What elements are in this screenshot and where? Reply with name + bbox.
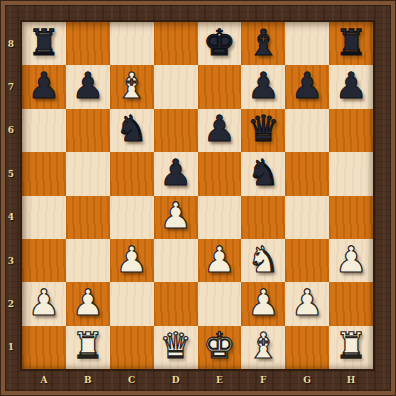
file-label-f: F — [241, 369, 285, 391]
square-f4[interactable] — [241, 196, 285, 239]
square-g5[interactable] — [285, 152, 329, 195]
file-label-b: B — [66, 369, 110, 391]
square-f8[interactable]: ♝ — [241, 22, 285, 65]
piece-white-bishop[interactable]: ♝ — [116, 68, 148, 104]
square-f7[interactable]: ♟ — [241, 65, 285, 108]
square-h6[interactable] — [329, 109, 373, 152]
square-g4[interactable] — [285, 196, 329, 239]
rank-label-7: 7 — [0, 65, 22, 108]
square-a2[interactable]: ♟ — [22, 282, 66, 325]
file-label-c: C — [110, 369, 154, 391]
piece-white-pawn[interactable]: ♟ — [335, 242, 367, 278]
square-a6[interactable] — [22, 109, 66, 152]
piece-white-king[interactable]: ♚ — [203, 328, 235, 364]
rank-label-3: 3 — [0, 239, 22, 282]
square-a5[interactable] — [22, 152, 66, 195]
square-h8[interactable]: ♜ — [329, 22, 373, 65]
piece-black-pawn[interactable]: ♟ — [203, 111, 235, 147]
square-g7[interactable]: ♟ — [285, 65, 329, 108]
rank-label-5: 5 — [0, 152, 22, 195]
square-f2[interactable]: ♟ — [241, 282, 285, 325]
file-labels: ABCDEFGH — [22, 369, 373, 391]
square-e5[interactable] — [198, 152, 242, 195]
file-label-e: E — [198, 369, 242, 391]
square-g6[interactable] — [285, 109, 329, 152]
piece-black-knight[interactable]: ♞ — [247, 155, 279, 191]
piece-white-rook[interactable]: ♜ — [335, 328, 367, 364]
square-c5[interactable] — [110, 152, 154, 195]
square-g2[interactable]: ♟ — [285, 282, 329, 325]
rank-label-2: 2 — [0, 282, 22, 325]
square-c4[interactable] — [110, 196, 154, 239]
rank-labels: 87654321 — [0, 22, 22, 369]
rank-label-6: 6 — [0, 109, 22, 152]
square-f6[interactable]: ♛ — [241, 109, 285, 152]
square-c2[interactable] — [110, 282, 154, 325]
square-b5[interactable] — [66, 152, 110, 195]
square-a8[interactable]: ♜ — [22, 22, 66, 65]
square-d7[interactable] — [154, 65, 198, 108]
piece-white-bishop[interactable]: ♝ — [247, 328, 279, 364]
square-c8[interactable] — [110, 22, 154, 65]
square-e6[interactable]: ♟ — [198, 109, 242, 152]
square-e7[interactable] — [198, 65, 242, 108]
square-b6[interactable] — [66, 109, 110, 152]
square-g3[interactable] — [285, 239, 329, 282]
piece-black-knight[interactable]: ♞ — [116, 111, 148, 147]
piece-white-pawn[interactable]: ♟ — [72, 285, 104, 321]
square-f1[interactable]: ♝ — [241, 326, 285, 369]
square-c6[interactable]: ♞ — [110, 109, 154, 152]
piece-black-pawn[interactable]: ♟ — [28, 68, 60, 104]
square-h1[interactable]: ♜ — [329, 326, 373, 369]
piece-black-bishop[interactable]: ♝ — [247, 25, 279, 61]
piece-black-king[interactable]: ♚ — [203, 25, 235, 61]
piece-white-pawn[interactable]: ♟ — [116, 242, 148, 278]
square-h2[interactable] — [329, 282, 373, 325]
square-c7[interactable]: ♝ — [110, 65, 154, 108]
square-b1[interactable]: ♜ — [66, 326, 110, 369]
piece-white-pawn[interactable]: ♟ — [247, 285, 279, 321]
square-h3[interactable]: ♟ — [329, 239, 373, 282]
square-b2[interactable]: ♟ — [66, 282, 110, 325]
file-label-a: A — [22, 369, 66, 391]
square-h4[interactable] — [329, 196, 373, 239]
rank-label-4: 4 — [0, 196, 22, 239]
square-d6[interactable] — [154, 109, 198, 152]
square-b7[interactable]: ♟ — [66, 65, 110, 108]
piece-black-rook[interactable]: ♜ — [28, 25, 60, 61]
square-e2[interactable] — [198, 282, 242, 325]
piece-white-pawn[interactable]: ♟ — [159, 198, 191, 234]
square-f5[interactable]: ♞ — [241, 152, 285, 195]
piece-white-queen[interactable]: ♛ — [159, 328, 191, 364]
piece-black-pawn[interactable]: ♟ — [291, 68, 323, 104]
square-h7[interactable]: ♟ — [329, 65, 373, 108]
square-d2[interactable] — [154, 282, 198, 325]
chess-board-frame: 87654321 ABCDEFGH ♜♚♝♜♟♟♝♟♟♟♞♟♛♟♞♟♟♟♞♟♟♟… — [0, 0, 396, 396]
square-a7[interactable]: ♟ — [22, 65, 66, 108]
square-a3[interactable] — [22, 239, 66, 282]
square-f3[interactable]: ♞ — [241, 239, 285, 282]
square-a4[interactable] — [22, 196, 66, 239]
square-g1[interactable] — [285, 326, 329, 369]
piece-white-pawn[interactable]: ♟ — [203, 242, 235, 278]
square-d3[interactable] — [154, 239, 198, 282]
piece-white-rook[interactable]: ♜ — [72, 328, 104, 364]
chess-board: ♜♚♝♜♟♟♝♟♟♟♞♟♛♟♞♟♟♟♞♟♟♟♟♟♜♛♚♝♜ — [22, 22, 373, 369]
square-d1[interactable]: ♛ — [154, 326, 198, 369]
piece-black-pawn[interactable]: ♟ — [159, 155, 191, 191]
square-h5[interactable] — [329, 152, 373, 195]
square-e1[interactable]: ♚ — [198, 326, 242, 369]
rank-label-8: 8 — [0, 22, 22, 65]
piece-black-rook[interactable]: ♜ — [335, 25, 367, 61]
square-e4[interactable] — [198, 196, 242, 239]
square-b4[interactable] — [66, 196, 110, 239]
square-e8[interactable]: ♚ — [198, 22, 242, 65]
square-d5[interactable]: ♟ — [154, 152, 198, 195]
file-label-h: H — [329, 369, 373, 391]
file-label-d: D — [154, 369, 198, 391]
piece-white-pawn[interactable]: ♟ — [291, 285, 323, 321]
piece-black-pawn[interactable]: ♟ — [72, 68, 104, 104]
square-b3[interactable] — [66, 239, 110, 282]
square-b8[interactable] — [66, 22, 110, 65]
piece-black-pawn[interactable]: ♟ — [247, 68, 279, 104]
square-c3[interactable]: ♟ — [110, 239, 154, 282]
piece-white-knight[interactable]: ♞ — [247, 242, 279, 278]
square-a1[interactable] — [22, 326, 66, 369]
square-d4[interactable]: ♟ — [154, 196, 198, 239]
piece-black-pawn[interactable]: ♟ — [335, 68, 367, 104]
file-label-g: G — [285, 369, 329, 391]
piece-black-queen[interactable]: ♛ — [247, 111, 279, 147]
square-e3[interactable]: ♟ — [198, 239, 242, 282]
piece-white-pawn[interactable]: ♟ — [28, 285, 60, 321]
square-c1[interactable] — [110, 326, 154, 369]
rank-label-1: 1 — [0, 326, 22, 369]
square-d8[interactable] — [154, 22, 198, 65]
square-g8[interactable] — [285, 22, 329, 65]
